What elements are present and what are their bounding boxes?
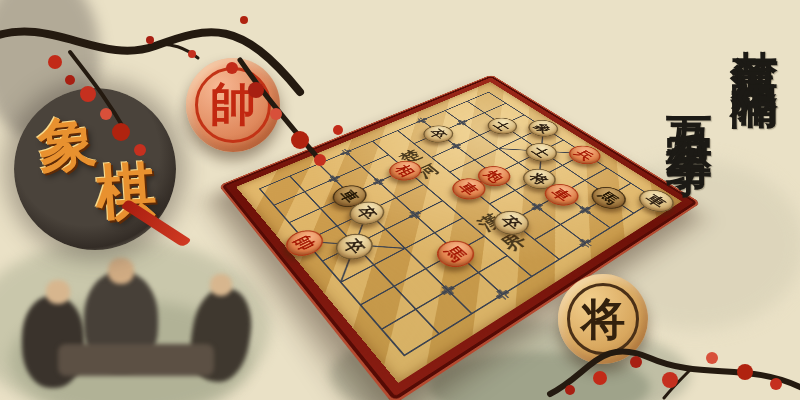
plum-branch-top-left xyxy=(0,0,420,190)
painted-table xyxy=(58,344,214,376)
calligraphy-column-2: 万马千军纷争 xyxy=(658,80,720,400)
painted-figure-head xyxy=(108,258,134,284)
calligraphy-column-1: 楚河汉界相隔 xyxy=(722,12,786,398)
painted-figure-head xyxy=(210,274,232,296)
painted-figure-head xyxy=(46,280,70,304)
xiangqi-banner: { "game": "xiangqi (Chinese chess) promo… xyxy=(0,0,800,400)
